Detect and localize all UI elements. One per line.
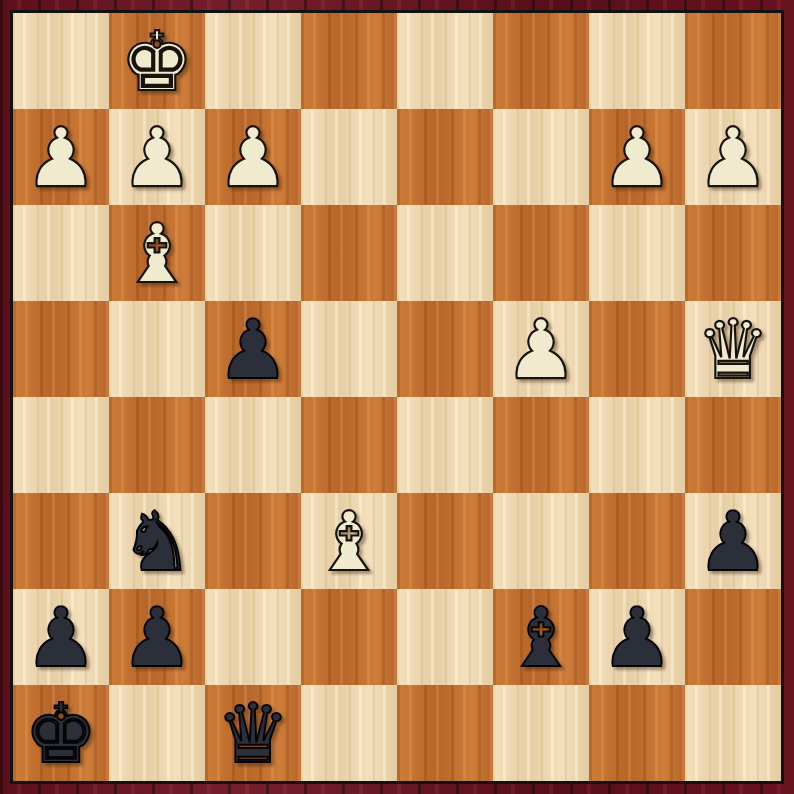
square-h8[interactable]: ♚ — [13, 685, 109, 781]
black-knight-piece[interactable]: ♞ — [120, 494, 194, 590]
square-f8[interactable]: ♛ — [205, 685, 301, 781]
white-pawn-piece[interactable]: ♟ — [600, 110, 674, 206]
square-g7[interactable]: ♟ — [109, 589, 205, 685]
square-a8[interactable] — [685, 685, 781, 781]
square-h6[interactable] — [13, 493, 109, 589]
square-c3[interactable] — [493, 205, 589, 301]
square-d2[interactable] — [397, 109, 493, 205]
black-pawn-piece[interactable]: ♟ — [24, 590, 98, 686]
square-g3[interactable]: ♝ — [109, 205, 205, 301]
square-f3[interactable] — [205, 205, 301, 301]
square-a4[interactable]: ♛ — [685, 301, 781, 397]
square-h7[interactable]: ♟ — [13, 589, 109, 685]
square-c4[interactable]: ♟ — [493, 301, 589, 397]
black-pawn-piece[interactable]: ♟ — [216, 302, 290, 398]
square-d1[interactable] — [397, 13, 493, 109]
square-a1[interactable] — [685, 13, 781, 109]
square-g2[interactable]: ♟ — [109, 109, 205, 205]
square-e2[interactable] — [301, 109, 397, 205]
square-d4[interactable] — [397, 301, 493, 397]
square-b6[interactable] — [589, 493, 685, 589]
black-bishop-piece[interactable]: ♝ — [504, 590, 578, 686]
square-g6[interactable]: ♞ — [109, 493, 205, 589]
square-b7[interactable]: ♟ — [589, 589, 685, 685]
square-a5[interactable] — [685, 397, 781, 493]
white-bishop-piece[interactable]: ♝ — [120, 206, 194, 302]
square-c6[interactable] — [493, 493, 589, 589]
square-f1[interactable] — [205, 13, 301, 109]
square-b4[interactable] — [589, 301, 685, 397]
square-b8[interactable] — [589, 685, 685, 781]
chess-board: ♚♟♟♟♟♟♝♟♟♛♞♝♟♟♟♝♟♚♛ — [13, 13, 781, 781]
white-pawn-piece[interactable]: ♟ — [120, 110, 194, 206]
square-h1[interactable] — [13, 13, 109, 109]
black-king-piece[interactable]: ♚ — [24, 686, 98, 782]
square-c7[interactable]: ♝ — [493, 589, 589, 685]
square-g5[interactable] — [109, 397, 205, 493]
square-b1[interactable] — [589, 13, 685, 109]
white-pawn-piece[interactable]: ♟ — [504, 302, 578, 398]
square-g8[interactable] — [109, 685, 205, 781]
black-pawn-piece[interactable]: ♟ — [696, 494, 770, 590]
square-e3[interactable] — [301, 205, 397, 301]
square-e7[interactable] — [301, 589, 397, 685]
square-a6[interactable]: ♟ — [685, 493, 781, 589]
square-e6[interactable]: ♝ — [301, 493, 397, 589]
square-h2[interactable]: ♟ — [13, 109, 109, 205]
white-bishop-piece[interactable]: ♝ — [312, 494, 386, 590]
black-pawn-piece[interactable]: ♟ — [120, 590, 194, 686]
black-pawn-piece[interactable]: ♟ — [600, 590, 674, 686]
square-b3[interactable] — [589, 205, 685, 301]
square-f7[interactable] — [205, 589, 301, 685]
square-d6[interactable] — [397, 493, 493, 589]
square-a2[interactable]: ♟ — [685, 109, 781, 205]
square-h4[interactable] — [13, 301, 109, 397]
square-e5[interactable] — [301, 397, 397, 493]
white-queen-piece[interactable]: ♛ — [696, 302, 770, 398]
square-c2[interactable] — [493, 109, 589, 205]
square-b2[interactable]: ♟ — [589, 109, 685, 205]
square-d7[interactable] — [397, 589, 493, 685]
square-d5[interactable] — [397, 397, 493, 493]
white-king-piece[interactable]: ♚ — [120, 14, 194, 110]
square-a7[interactable] — [685, 589, 781, 685]
square-g1[interactable]: ♚ — [109, 13, 205, 109]
square-d8[interactable] — [397, 685, 493, 781]
board-frame: ♚♟♟♟♟♟♝♟♟♛♞♝♟♟♟♝♟♚♛ — [0, 0, 794, 794]
square-b5[interactable] — [589, 397, 685, 493]
square-c5[interactable] — [493, 397, 589, 493]
white-pawn-piece[interactable]: ♟ — [216, 110, 290, 206]
square-c1[interactable] — [493, 13, 589, 109]
square-c8[interactable] — [493, 685, 589, 781]
square-a3[interactable] — [685, 205, 781, 301]
square-e8[interactable] — [301, 685, 397, 781]
board-inner-border: ♚♟♟♟♟♟♝♟♟♛♞♝♟♟♟♝♟♚♛ — [10, 10, 784, 784]
square-f4[interactable]: ♟ — [205, 301, 301, 397]
square-f2[interactable]: ♟ — [205, 109, 301, 205]
white-pawn-piece[interactable]: ♟ — [24, 110, 98, 206]
square-d3[interactable] — [397, 205, 493, 301]
black-queen-piece[interactable]: ♛ — [216, 686, 290, 782]
square-g4[interactable] — [109, 301, 205, 397]
square-f6[interactable] — [205, 493, 301, 589]
square-h5[interactable] — [13, 397, 109, 493]
white-pawn-piece[interactable]: ♟ — [696, 110, 770, 206]
square-e4[interactable] — [301, 301, 397, 397]
square-f5[interactable] — [205, 397, 301, 493]
square-e1[interactable] — [301, 13, 397, 109]
square-h3[interactable] — [13, 205, 109, 301]
